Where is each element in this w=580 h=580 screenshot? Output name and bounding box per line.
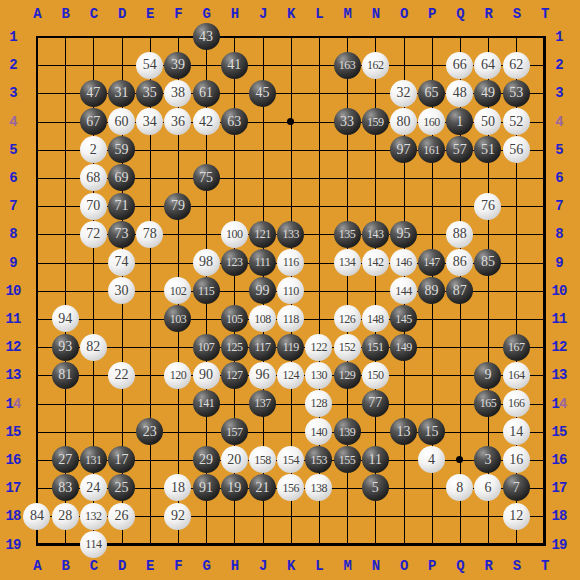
coord-right-5: 5	[555, 142, 562, 158]
stone-H8[interactable]: 100	[221, 221, 248, 248]
stone-S12[interactable]: 167	[503, 334, 530, 361]
stone-Q8[interactable]: 88	[446, 221, 473, 248]
stone-L17[interactable]: 138	[305, 474, 332, 501]
stone-J11[interactable]: 108	[249, 305, 276, 332]
stone-P9[interactable]: 147	[418, 249, 445, 276]
stone-A18[interactable]: 84	[23, 503, 50, 530]
stone-F7[interactable]: 79	[164, 193, 191, 220]
stone-C3[interactable]: 47	[80, 80, 107, 107]
stone-J12[interactable]: 117	[249, 334, 276, 361]
stone-C5[interactable]: 2	[80, 136, 107, 163]
stone-F2[interactable]: 39	[164, 52, 191, 79]
stone-O11[interactable]: 145	[390, 305, 417, 332]
coord-bottom-O: O	[400, 558, 407, 574]
stone-P5[interactable]: 161	[418, 136, 445, 163]
stone-D10[interactable]: 30	[108, 277, 135, 304]
stone-R14[interactable]: 165	[474, 390, 501, 417]
stone-E4[interactable]: 34	[136, 108, 163, 135]
coord-left-2: 2	[9, 57, 16, 73]
stone-R2[interactable]: 64	[474, 52, 501, 79]
stone-B11[interactable]: 94	[52, 305, 79, 332]
stone-D5[interactable]: 59	[108, 136, 135, 163]
stone-D18[interactable]: 26	[108, 503, 135, 530]
stone-C17[interactable]: 24	[80, 474, 107, 501]
coord-bottom-F: F	[174, 558, 181, 574]
stone-R5[interactable]: 51	[474, 136, 501, 163]
stone-S13[interactable]: 164	[503, 362, 530, 389]
stone-J17[interactable]: 21	[249, 474, 276, 501]
stone-C8[interactable]: 72	[80, 221, 107, 248]
coord-right-11: 11	[552, 311, 567, 327]
stone-N8[interactable]: 143	[362, 221, 389, 248]
stone-H11[interactable]: 105	[221, 305, 248, 332]
coord-left-15: 15	[6, 424, 21, 440]
stone-D9[interactable]: 74	[108, 249, 135, 276]
stone-M12[interactable]: 152	[334, 334, 361, 361]
coord-left-8: 8	[9, 226, 16, 242]
stone-K17[interactable]: 156	[277, 474, 304, 501]
stone-H4[interactable]: 63	[221, 108, 248, 135]
stone-M2[interactable]: 163	[334, 52, 361, 79]
stone-grid[interactable]: 1234567891112131415161718192021222324252…	[23, 23, 559, 559]
stone-K9[interactable]: 116	[277, 249, 304, 276]
stone-C6[interactable]: 68	[80, 164, 107, 191]
stone-K16[interactable]: 154	[277, 446, 304, 473]
coord-top-C: C	[90, 6, 97, 22]
stone-O12[interactable]: 149	[390, 334, 417, 361]
coord-top-J: J	[259, 6, 266, 22]
stone-D7[interactable]: 71	[108, 193, 135, 220]
stone-C18[interactable]: 132	[80, 503, 107, 530]
stone-E8[interactable]: 78	[136, 221, 163, 248]
stone-Q2[interactable]: 66	[446, 52, 473, 79]
stone-D6[interactable]: 69	[108, 164, 135, 191]
coord-left-17: 17	[6, 480, 21, 496]
stone-F11[interactable]: 103	[164, 305, 191, 332]
stone-O15[interactable]: 13	[390, 418, 417, 445]
stone-J8[interactable]: 121	[249, 221, 276, 248]
stone-N14[interactable]: 77	[362, 390, 389, 417]
stone-J3[interactable]: 45	[249, 80, 276, 107]
stone-G17[interactable]: 91	[193, 474, 220, 501]
stone-J13[interactable]: 96	[249, 362, 276, 389]
coord-top-A: A	[33, 6, 40, 22]
stone-O3[interactable]: 32	[390, 80, 417, 107]
stone-E15[interactable]: 23	[136, 418, 163, 445]
coord-top-R: R	[484, 6, 491, 22]
coord-top-P: P	[428, 6, 435, 22]
stone-B16[interactable]: 27	[52, 446, 79, 473]
coord-left-7: 7	[9, 198, 16, 214]
coord-right-8: 8	[555, 226, 562, 242]
coord-right-19: 19	[552, 537, 567, 553]
coord-bottom-P: P	[428, 558, 435, 574]
stone-C16[interactable]: 131	[80, 446, 107, 473]
coord-right-10: 10	[552, 283, 567, 299]
stone-D16[interactable]: 17	[108, 446, 135, 473]
stone-E2[interactable]: 54	[136, 52, 163, 79]
stone-N17[interactable]: 5	[362, 474, 389, 501]
stone-R4[interactable]: 50	[474, 108, 501, 135]
stone-F18[interactable]: 92	[164, 503, 191, 530]
stone-H13[interactable]: 127	[221, 362, 248, 389]
coord-bottom-L: L	[315, 558, 322, 574]
coord-left-5: 5	[9, 142, 16, 158]
stone-M13[interactable]: 129	[334, 362, 361, 389]
stone-G14[interactable]: 141	[193, 390, 220, 417]
stone-H15[interactable]: 157	[221, 418, 248, 445]
stone-P4[interactable]: 160	[418, 108, 445, 135]
stone-R9[interactable]: 85	[474, 249, 501, 276]
coord-bottom-K: K	[287, 558, 294, 574]
stone-O10[interactable]: 144	[390, 277, 417, 304]
stone-R17[interactable]: 6	[474, 474, 501, 501]
stone-B13[interactable]: 81	[52, 362, 79, 389]
coord-right-7: 7	[555, 198, 562, 214]
stone-P10[interactable]: 89	[418, 277, 445, 304]
stone-C19[interactable]: 114	[80, 531, 107, 558]
stone-S4[interactable]: 52	[503, 108, 530, 135]
coord-right-15: 15	[552, 424, 567, 440]
coord-bottom-Q: Q	[456, 558, 463, 574]
stone-J9[interactable]: 111	[249, 249, 276, 276]
stone-P16[interactable]: 4	[418, 446, 445, 473]
coord-top-Q: Q	[456, 6, 463, 22]
coord-top-K: K	[287, 6, 294, 22]
coord-right-3: 3	[555, 85, 562, 101]
coord-top-L: L	[315, 6, 322, 22]
stone-G16[interactable]: 29	[193, 446, 220, 473]
stone-H17[interactable]: 19	[221, 474, 248, 501]
stone-L15[interactable]: 140	[305, 418, 332, 445]
stone-L12[interactable]: 122	[305, 334, 332, 361]
stone-N4[interactable]: 159	[362, 108, 389, 135]
stone-D8[interactable]: 73	[108, 221, 135, 248]
stone-R3[interactable]: 49	[474, 80, 501, 107]
coord-bottom-T: T	[541, 558, 548, 574]
coord-left-13: 13	[6, 367, 21, 383]
stone-L13[interactable]: 130	[305, 362, 332, 389]
stone-Q17[interactable]: 8	[446, 474, 473, 501]
stone-H9[interactable]: 123	[221, 249, 248, 276]
stone-C4[interactable]: 67	[80, 108, 107, 135]
stone-E3[interactable]: 35	[136, 80, 163, 107]
coord-right-13: 13	[552, 367, 567, 383]
stone-H16[interactable]: 20	[221, 446, 248, 473]
coord-top-F: F	[174, 6, 181, 22]
stone-K8[interactable]: 133	[277, 221, 304, 248]
stone-P15[interactable]: 15	[418, 418, 445, 445]
stone-G10[interactable]: 115	[193, 277, 220, 304]
stone-K13[interactable]: 124	[277, 362, 304, 389]
stone-N2[interactable]: 162	[362, 52, 389, 79]
coord-left-16: 16	[6, 452, 21, 468]
coord-left-9: 9	[9, 255, 16, 271]
coord-top-M: M	[343, 6, 350, 22]
stone-S17[interactable]: 7	[503, 474, 530, 501]
stone-N11[interactable]: 148	[362, 305, 389, 332]
coord-bottom-N: N	[372, 558, 379, 574]
coord-left-3: 3	[9, 85, 16, 101]
coord-bottom-G: G	[202, 558, 209, 574]
stone-G4[interactable]: 42	[193, 108, 220, 135]
coord-top-H: H	[231, 6, 238, 22]
coord-top-G: G	[202, 6, 209, 22]
stone-N16[interactable]: 11	[362, 446, 389, 473]
stone-S16[interactable]: 16	[503, 446, 530, 473]
coord-right-18: 18	[552, 508, 567, 524]
stone-F17[interactable]: 18	[164, 474, 191, 501]
go-board: AABBCCDDEEFFGGHHJJKKLLMMNNOOPPQQRRSSTT11…	[0, 0, 580, 580]
stone-M15[interactable]: 139	[334, 418, 361, 445]
coord-bottom-S: S	[513, 558, 520, 574]
coord-bottom-E: E	[146, 558, 153, 574]
coord-left-19: 19	[6, 537, 21, 553]
stone-Q5[interactable]: 57	[446, 136, 473, 163]
stone-R13[interactable]: 9	[474, 362, 501, 389]
stone-K11[interactable]: 118	[277, 305, 304, 332]
stone-L14[interactable]: 128	[305, 390, 332, 417]
coord-bottom-R: R	[484, 558, 491, 574]
stone-D4[interactable]: 60	[108, 108, 135, 135]
stone-G12[interactable]: 107	[193, 334, 220, 361]
stone-O4[interactable]: 80	[390, 108, 417, 135]
stone-O5[interactable]: 97	[390, 136, 417, 163]
coord-left-4: 4	[9, 114, 16, 130]
stone-P3[interactable]: 65	[418, 80, 445, 107]
stone-S3[interactable]: 53	[503, 80, 530, 107]
stone-C12[interactable]: 82	[80, 334, 107, 361]
stone-D3[interactable]: 31	[108, 80, 135, 107]
coord-bottom-B: B	[61, 558, 68, 574]
coord-right-6: 6	[555, 170, 562, 186]
stone-H2[interactable]: 41	[221, 52, 248, 79]
coord-right-4: 4	[555, 114, 562, 130]
coord-right-16: 16	[552, 452, 567, 468]
stone-G1[interactable]: 43	[193, 23, 220, 50]
stone-G3[interactable]: 61	[193, 80, 220, 107]
stone-Q4[interactable]: 1	[446, 108, 473, 135]
coord-left-11: 11	[6, 311, 21, 327]
coord-bottom-J: J	[259, 558, 266, 574]
coord-right-12: 12	[552, 339, 567, 355]
coord-top-D: D	[118, 6, 125, 22]
coord-left-14: 14	[6, 396, 21, 412]
star-point-Q16	[456, 456, 463, 463]
coord-top-E: E	[146, 6, 153, 22]
stone-R7[interactable]: 76	[474, 193, 501, 220]
stone-C7[interactable]: 70	[80, 193, 107, 220]
stone-F4[interactable]: 36	[164, 108, 191, 135]
stone-B18[interactable]: 28	[52, 503, 79, 530]
coord-right-1: 1	[555, 29, 562, 45]
stone-O8[interactable]: 95	[390, 221, 417, 248]
stone-F13[interactable]: 120	[164, 362, 191, 389]
stone-M11[interactable]: 126	[334, 305, 361, 332]
stone-K10[interactable]: 110	[277, 277, 304, 304]
stone-J10[interactable]: 99	[249, 277, 276, 304]
stone-F10[interactable]: 102	[164, 277, 191, 304]
stone-S15[interactable]: 14	[503, 418, 530, 445]
stone-Q10[interactable]: 87	[446, 277, 473, 304]
stone-M16[interactable]: 155	[334, 446, 361, 473]
stone-K12[interactable]: 119	[277, 334, 304, 361]
coord-top-T: T	[541, 6, 548, 22]
stone-D17[interactable]: 25	[108, 474, 135, 501]
stone-M9[interactable]: 134	[334, 249, 361, 276]
stone-M8[interactable]: 135	[334, 221, 361, 248]
stone-M4[interactable]: 33	[334, 108, 361, 135]
stone-G13[interactable]: 90	[193, 362, 220, 389]
coord-top-B: B	[61, 6, 68, 22]
coord-left-10: 10	[6, 283, 21, 299]
stone-B12[interactable]: 93	[52, 334, 79, 361]
coord-top-O: O	[400, 6, 407, 22]
stone-J14[interactable]: 137	[249, 390, 276, 417]
stone-R16[interactable]: 3	[474, 446, 501, 473]
stone-Q9[interactable]: 86	[446, 249, 473, 276]
stone-L16[interactable]: 153	[305, 446, 332, 473]
coord-top-S: S	[513, 6, 520, 22]
stone-F3[interactable]: 38	[164, 80, 191, 107]
coord-right-14: 14	[552, 396, 567, 412]
coord-left-1: 1	[9, 29, 16, 45]
coord-bottom-M: M	[343, 558, 350, 574]
stone-J16[interactable]: 158	[249, 446, 276, 473]
coord-right-17: 17	[552, 480, 567, 496]
stone-S18[interactable]: 12	[503, 503, 530, 530]
coord-top-N: N	[372, 6, 379, 22]
coord-bottom-A: A	[33, 558, 40, 574]
stone-S2[interactable]: 62	[503, 52, 530, 79]
stone-H12[interactable]: 125	[221, 334, 248, 361]
coord-left-12: 12	[6, 339, 21, 355]
coord-bottom-C: C	[90, 558, 97, 574]
coord-bottom-H: H	[231, 558, 238, 574]
stone-S14[interactable]: 166	[503, 390, 530, 417]
coord-right-9: 9	[555, 255, 562, 271]
coord-left-6: 6	[9, 170, 16, 186]
stone-B17[interactable]: 83	[52, 474, 79, 501]
star-point-K4	[287, 118, 294, 125]
coord-right-2: 2	[555, 57, 562, 73]
coord-bottom-D: D	[118, 558, 125, 574]
stone-Q3[interactable]: 48	[446, 80, 473, 107]
stone-N12[interactable]: 151	[362, 334, 389, 361]
coord-left-18: 18	[6, 508, 21, 524]
stone-N13[interactable]: 150	[362, 362, 389, 389]
stone-N9[interactable]: 142	[362, 249, 389, 276]
stone-O9[interactable]: 146	[390, 249, 417, 276]
stone-S5[interactable]: 56	[503, 136, 530, 163]
stone-D13[interactable]: 22	[108, 362, 135, 389]
stone-G9[interactable]: 98	[193, 249, 220, 276]
stone-G6[interactable]: 75	[193, 164, 220, 191]
